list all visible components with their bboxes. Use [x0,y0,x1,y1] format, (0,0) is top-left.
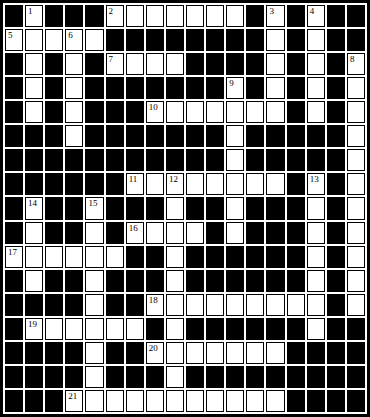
cell-r3c13[interactable] [266,77,284,99]
block-cell-r0c3 [65,5,83,27]
block-cell-r10c11 [226,246,244,268]
block-cell-r0c0 [5,5,23,27]
cell-r9c15[interactable] [307,222,325,244]
block-cell-r7c14 [287,173,305,195]
block-cell-r14c5 [106,342,124,364]
block-cell-r8c5 [106,197,124,219]
cell-r10c17[interactable] [347,246,365,268]
block-cell-r15c6 [126,366,144,388]
block-cell-r16c17 [347,390,365,412]
cell-r9c11[interactable] [226,222,244,244]
cell-r8c8[interactable] [166,197,184,219]
cell-r3c11[interactable]: 9 [226,77,244,99]
block-cell-r8c2 [45,197,63,219]
clue-number-10: 10 [149,102,158,112]
crossword-grid: 123456789101112131415161718192021 [0,0,370,417]
cell-r16c8[interactable] [166,390,184,412]
block-cell-r9c14 [287,222,305,244]
block-cell-r0c4 [85,5,103,27]
cell-r11c1[interactable] [25,270,43,292]
block-cell-r1c12 [246,29,264,51]
block-cell-r6c5 [106,149,124,171]
cell-r8c11[interactable] [226,197,244,219]
block-cell-r9c3 [65,222,83,244]
cell-r10c15[interactable] [307,246,325,268]
block-cell-r6c4 [85,149,103,171]
cell-r13c1[interactable]: 19 [25,318,43,340]
cell-r5c17[interactable] [347,125,365,147]
cell-r3c3[interactable] [65,77,83,99]
block-cell-r16c14 [287,390,305,412]
block-cell-r14c16 [327,342,345,364]
block-cell-r15c14 [287,366,305,388]
cell-r0c15[interactable]: 4 [307,5,325,27]
block-cell-r7c3 [65,173,83,195]
block-cell-r9c10 [206,222,224,244]
block-cell-r1c10 [206,29,224,51]
cell-r11c17[interactable] [347,270,365,292]
cell-r6c17[interactable] [347,149,365,171]
block-cell-r3c5 [106,77,124,99]
block-cell-r3c14 [287,77,305,99]
block-cell-r2c16 [327,53,345,75]
block-cell-r3c7 [146,77,164,99]
cell-r13c6[interactable] [126,318,144,340]
block-cell-r8c7 [146,197,164,219]
block-cell-r15c5 [106,366,124,388]
block-cell-r6c2 [45,149,63,171]
cell-r0c9[interactable] [186,5,204,27]
cell-r16c9[interactable] [186,390,204,412]
block-cell-r4c2 [45,101,63,123]
block-cell-r16c0 [5,390,23,412]
block-cell-r11c16 [327,270,345,292]
cell-r8c15[interactable] [307,197,325,219]
block-cell-r5c0 [5,125,23,147]
block-cell-r11c14 [287,270,305,292]
block-cell-r8c12 [246,197,264,219]
block-cell-r9c0 [5,222,23,244]
cell-r2c15[interactable] [307,53,325,75]
block-cell-r11c11 [226,270,244,292]
cell-r14c4[interactable] [85,342,103,364]
cell-r13c5[interactable] [106,318,124,340]
block-cell-r13c16 [327,318,345,340]
cell-r9c4[interactable] [85,222,103,244]
cell-r7c9[interactable] [186,173,204,195]
block-cell-r1c6 [126,29,144,51]
clue-number-2: 2 [109,6,114,16]
block-cell-r8c0 [5,197,23,219]
cell-r11c15[interactable] [307,270,325,292]
cell-r13c3[interactable] [65,318,83,340]
cell-r16c12[interactable] [246,390,264,412]
clue-number-6: 6 [68,30,73,40]
cell-r3c15[interactable] [307,77,325,99]
block-cell-r13c12 [246,318,264,340]
block-cell-r15c13 [266,366,284,388]
cell-r16c5[interactable] [106,390,124,412]
cell-r15c8[interactable] [166,366,184,388]
cell-r16c13[interactable] [266,390,284,412]
block-cell-r12c3 [65,294,83,316]
block-cell-r11c2 [45,270,63,292]
block-cell-r3c12 [246,77,264,99]
block-cell-r14c17 [347,342,365,364]
cell-r5c3[interactable] [65,125,83,147]
cell-r13c4[interactable] [85,318,103,340]
block-cell-r4c16 [327,101,345,123]
cell-r0c11[interactable] [226,5,244,27]
cell-r10c3[interactable] [65,246,83,268]
cell-r4c1[interactable] [25,101,43,123]
block-cell-r5c14 [287,125,305,147]
cell-r0c10[interactable] [206,5,224,27]
cell-r2c8[interactable] [166,53,184,75]
block-cell-r8c14 [287,197,305,219]
block-cell-r15c2 [45,366,63,388]
block-cell-r11c0 [5,270,23,292]
block-cell-r8c3 [65,197,83,219]
cell-r9c1[interactable] [25,222,43,244]
block-cell-r10c7 [146,246,164,268]
block-cell-r11c13 [266,270,284,292]
block-cell-r11c3 [65,270,83,292]
block-cell-r6c15 [307,149,325,171]
block-cell-r11c10 [206,270,224,292]
cell-r1c2[interactable] [45,29,63,51]
cell-r0c5[interactable]: 2 [106,5,124,27]
block-cell-r16c15 [307,390,325,412]
clue-number-11: 11 [129,174,138,184]
cell-r2c5[interactable]: 7 [106,53,124,75]
block-cell-r4c5 [106,101,124,123]
block-cell-r15c9 [186,366,204,388]
cell-r10c1[interactable] [25,246,43,268]
cell-r16c7[interactable] [146,390,164,412]
block-cell-r5c16 [327,125,345,147]
cell-r7c6[interactable]: 11 [126,173,144,195]
cell-r16c3[interactable]: 21 [65,390,83,412]
block-cell-r1c16 [327,29,345,51]
cell-r9c17[interactable] [347,222,365,244]
block-cell-r12c2 [45,294,63,316]
block-cell-r2c10 [206,53,224,75]
block-cell-r6c9 [186,149,204,171]
block-cell-r16c16 [327,390,345,412]
block-cell-r11c5 [106,270,124,292]
block-cell-r1c5 [106,29,124,51]
cell-r14c10[interactable] [206,342,224,364]
block-cell-r3c9 [186,77,204,99]
block-cell-r1c14 [287,29,305,51]
block-cell-r2c9 [186,53,204,75]
block-cell-r6c0 [5,149,23,171]
cell-r5c11[interactable] [226,125,244,147]
block-cell-r10c6 [126,246,144,268]
cell-r4c10[interactable] [206,101,224,123]
block-cell-r9c5 [106,222,124,244]
block-cell-r3c10 [206,77,224,99]
cell-r1c4[interactable] [85,29,103,51]
cell-r2c7[interactable] [146,53,164,75]
cell-r12c12[interactable] [246,294,264,316]
clue-number-17: 17 [8,247,17,257]
block-cell-r9c12 [246,222,264,244]
clue-number-20: 20 [149,343,158,353]
block-cell-r3c8 [166,77,184,99]
block-cell-r1c11 [226,29,244,51]
cell-r0c13[interactable]: 3 [266,5,284,27]
block-cell-r13c0 [5,318,23,340]
block-cell-r13c17 [347,318,365,340]
cell-r10c5[interactable] [106,246,124,268]
block-cell-r15c3 [65,366,83,388]
cell-r12c11[interactable] [226,294,244,316]
cell-r6c11[interactable] [226,149,244,171]
block-cell-r7c2 [45,173,63,195]
cell-r4c3[interactable] [65,101,83,123]
cell-r12c15[interactable] [307,294,325,316]
block-cell-r7c5 [106,173,124,195]
cell-r14c8[interactable] [166,342,184,364]
cell-r7c15[interactable]: 13 [307,173,325,195]
block-cell-r3c0 [5,77,23,99]
block-cell-r10c16 [327,246,345,268]
block-cell-r14c2 [45,342,63,364]
cell-r8c17[interactable] [347,197,365,219]
block-cell-r2c11 [226,53,244,75]
clue-number-5: 5 [8,30,13,40]
block-cell-r14c6 [126,342,144,364]
cell-r4c8[interactable] [166,101,184,123]
cell-r7c7[interactable] [146,173,164,195]
block-cell-r10c9 [186,246,204,268]
block-cell-r6c8 [166,149,184,171]
block-cell-r5c12 [246,125,264,147]
block-cell-r6c3 [65,149,83,171]
cell-r4c7[interactable]: 10 [146,101,164,123]
block-cell-r11c12 [246,270,264,292]
block-cell-r14c1 [25,342,43,364]
block-cell-r5c5 [106,125,124,147]
cell-r2c17[interactable]: 8 [347,53,365,75]
block-cell-r5c6 [126,125,144,147]
cell-r3c17[interactable] [347,77,365,99]
block-cell-r8c10 [206,197,224,219]
clue-number-9: 9 [229,78,234,88]
cell-r11c8[interactable] [166,270,184,292]
cell-r2c13[interactable] [266,53,284,75]
block-cell-r13c10 [206,318,224,340]
block-cell-r13c7 [146,318,164,340]
block-cell-r15c0 [5,366,23,388]
cell-r16c6[interactable] [126,390,144,412]
block-cell-r15c16 [327,366,345,388]
block-cell-r4c14 [287,101,305,123]
block-cell-r4c6 [126,101,144,123]
block-cell-r6c12 [246,149,264,171]
cell-r13c2[interactable] [45,318,63,340]
cell-r12c4[interactable] [85,294,103,316]
block-cell-r14c0 [5,342,23,364]
clue-number-21: 21 [68,391,77,401]
block-cell-r12c0 [5,294,23,316]
cell-r1c3[interactable]: 6 [65,29,83,51]
cell-r10c0[interactable]: 17 [5,246,23,268]
cell-r0c6[interactable] [126,5,144,27]
cell-r1c1[interactable] [25,29,43,51]
cell-r12c7[interactable]: 18 [146,294,164,316]
block-cell-r11c9 [186,270,204,292]
block-cell-r9c13 [266,222,284,244]
cell-r8c1[interactable]: 14 [25,197,43,219]
cell-r4c11[interactable] [226,101,244,123]
block-cell-r14c14 [287,342,305,364]
block-cell-r5c15 [307,125,325,147]
cell-r10c2[interactable] [45,246,63,268]
cell-r14c11[interactable] [226,342,244,364]
cell-r15c4[interactable] [85,366,103,388]
block-cell-r15c7 [146,366,164,388]
cell-r4c13[interactable] [266,101,284,123]
cell-r4c17[interactable] [347,101,365,123]
cell-r4c12[interactable] [246,101,264,123]
block-cell-r13c13 [266,318,284,340]
block-cell-r15c1 [25,366,43,388]
block-cell-r6c16 [327,149,345,171]
cell-r12c13[interactable] [266,294,284,316]
block-cell-r5c8 [166,125,184,147]
block-cell-r0c16 [327,5,345,27]
cell-r13c8[interactable] [166,318,184,340]
cell-r4c9[interactable] [186,101,204,123]
block-cell-r1c17 [347,29,365,51]
clue-number-12: 12 [169,174,178,184]
cell-r1c0[interactable]: 5 [5,29,23,51]
clue-number-7: 7 [109,54,114,64]
block-cell-r6c1 [25,149,43,171]
cell-r12c17[interactable] [347,294,365,316]
block-cell-r3c4 [85,77,103,99]
block-cell-r8c9 [186,197,204,219]
block-cell-r2c12 [246,53,264,75]
block-cell-r2c0 [5,53,23,75]
cell-r11c4[interactable] [85,270,103,292]
block-cell-r7c16 [327,173,345,195]
cell-r4c15[interactable] [307,101,325,123]
cell-r1c15[interactable] [307,29,325,51]
block-cell-r3c2 [45,77,63,99]
block-cell-r12c1 [25,294,43,316]
block-cell-r4c0 [5,101,23,123]
clue-number-18: 18 [149,295,158,305]
block-cell-r13c14 [287,318,305,340]
cell-r1c13[interactable] [266,29,284,51]
block-cell-r6c14 [287,149,305,171]
clue-number-16: 16 [129,223,138,233]
cell-r13c15[interactable] [307,318,325,340]
cell-r9c8[interactable] [166,222,184,244]
cell-r12c10[interactable] [206,294,224,316]
block-cell-r6c13 [266,149,284,171]
cell-r10c4[interactable] [85,246,103,268]
block-cell-r0c12 [246,5,264,27]
block-cell-r12c6 [126,294,144,316]
block-cell-r1c7 [146,29,164,51]
block-cell-r11c6 [126,270,144,292]
cell-r7c17[interactable] [347,173,365,195]
block-cell-r6c7 [146,149,164,171]
cell-r7c8[interactable]: 12 [166,173,184,195]
clue-number-3: 3 [269,6,274,16]
block-cell-r8c16 [327,197,345,219]
block-cell-r5c1 [25,125,43,147]
clue-number-15: 15 [88,198,97,208]
cell-r0c7[interactable] [146,5,164,27]
cell-r14c9[interactable] [186,342,204,364]
cell-r16c4[interactable] [85,390,103,412]
cell-r7c11[interactable] [226,173,244,195]
cell-r2c3[interactable] [65,53,83,75]
block-cell-r0c17 [347,5,365,27]
block-cell-r13c9 [186,318,204,340]
cell-r16c10[interactable] [206,390,224,412]
block-cell-r7c1 [25,173,43,195]
cell-r14c7[interactable]: 20 [146,342,164,364]
cell-r0c8[interactable] [166,5,184,27]
block-cell-r7c4 [85,173,103,195]
cell-r2c1[interactable] [25,53,43,75]
cell-r16c11[interactable] [226,390,244,412]
block-cell-r3c6 [126,77,144,99]
cell-r9c6[interactable]: 16 [126,222,144,244]
block-cell-r5c2 [45,125,63,147]
cell-r9c9[interactable] [186,222,204,244]
cell-r3c1[interactable] [25,77,43,99]
block-cell-r5c9 [186,125,204,147]
cell-r12c14[interactable] [287,294,305,316]
block-cell-r15c10 [206,366,224,388]
clue-number-1: 1 [28,6,33,16]
cell-r7c10[interactable] [206,173,224,195]
cell-r14c13[interactable] [266,342,284,364]
block-cell-r10c10 [206,246,224,268]
block-cell-r15c17 [347,366,365,388]
block-cell-r7c0 [5,173,23,195]
cell-r14c12[interactable] [246,342,264,364]
cell-r7c12[interactable] [246,173,264,195]
cell-r10c8[interactable] [166,246,184,268]
cell-r2c6[interactable] [126,53,144,75]
clue-number-4: 4 [310,6,315,16]
block-cell-r3c16 [327,77,345,99]
block-cell-r5c10 [206,125,224,147]
block-cell-r0c2 [45,5,63,27]
block-cell-r9c16 [327,222,345,244]
cell-r12c9[interactable] [186,294,204,316]
block-cell-r12c5 [106,294,124,316]
cell-r7c13[interactable] [266,173,284,195]
cell-r9c7[interactable] [146,222,164,244]
cell-r8c4[interactable]: 15 [85,197,103,219]
block-cell-r2c14 [287,53,305,75]
block-cell-r8c6 [126,197,144,219]
block-cell-r15c12 [246,366,264,388]
cell-r0c1[interactable]: 1 [25,5,43,27]
clue-number-13: 13 [310,174,319,184]
cell-r12c8[interactable] [166,294,184,316]
